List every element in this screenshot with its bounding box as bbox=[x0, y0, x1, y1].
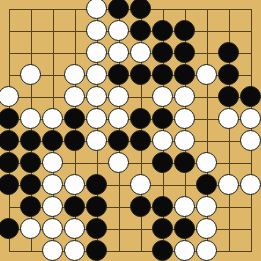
black-stone bbox=[108, 0, 129, 19]
white-stone bbox=[174, 196, 195, 217]
black-stone bbox=[108, 130, 129, 151]
white-stone bbox=[64, 240, 85, 261]
white-stone bbox=[20, 64, 41, 85]
black-stone bbox=[20, 196, 41, 217]
black-stone bbox=[86, 240, 107, 261]
black-stone bbox=[20, 174, 41, 195]
black-stone bbox=[130, 0, 151, 19]
black-stone bbox=[64, 196, 85, 217]
white-stone bbox=[86, 130, 107, 151]
white-stone bbox=[86, 42, 107, 63]
white-stone bbox=[86, 108, 107, 129]
black-stone bbox=[86, 174, 107, 195]
black-stone bbox=[130, 64, 151, 85]
white-stone bbox=[196, 152, 217, 173]
black-stone bbox=[0, 108, 19, 129]
black-stone bbox=[240, 86, 261, 107]
white-stone bbox=[86, 86, 107, 107]
go-board[interactable] bbox=[0, 0, 261, 261]
white-stone bbox=[108, 42, 129, 63]
white-stone bbox=[174, 86, 195, 107]
white-stone bbox=[20, 108, 41, 129]
white-stone bbox=[64, 218, 85, 239]
white-stone bbox=[86, 20, 107, 41]
white-stone bbox=[108, 20, 129, 41]
white-stone bbox=[174, 240, 195, 261]
screenshot bbox=[0, 0, 261, 261]
white-stone bbox=[42, 152, 63, 173]
black-stone bbox=[0, 152, 19, 173]
black-stone bbox=[20, 130, 41, 151]
white-stone bbox=[240, 130, 261, 151]
white-stone bbox=[20, 218, 41, 239]
black-stone bbox=[152, 108, 173, 129]
black-stone bbox=[152, 196, 173, 217]
black-stone bbox=[174, 20, 195, 41]
white-stone bbox=[218, 174, 239, 195]
white-stone bbox=[42, 196, 63, 217]
black-stone bbox=[130, 196, 151, 217]
black-stone bbox=[218, 64, 239, 85]
black-stone bbox=[108, 64, 129, 85]
white-stone bbox=[218, 108, 239, 129]
black-stone bbox=[174, 42, 195, 63]
black-stone bbox=[218, 42, 239, 63]
white-stone bbox=[64, 174, 85, 195]
black-stone bbox=[152, 64, 173, 85]
grid-line-horizontal bbox=[9, 97, 252, 98]
black-stone bbox=[86, 218, 107, 239]
white-stone bbox=[108, 86, 129, 107]
white-stone bbox=[42, 218, 63, 239]
white-stone bbox=[86, 64, 107, 85]
white-stone bbox=[196, 218, 217, 239]
black-stone bbox=[152, 240, 173, 261]
white-stone bbox=[108, 152, 129, 173]
white-stone bbox=[108, 108, 129, 129]
white-stone bbox=[152, 130, 173, 151]
black-stone bbox=[152, 218, 173, 239]
white-stone bbox=[196, 240, 217, 261]
black-stone bbox=[20, 152, 41, 173]
black-stone bbox=[152, 152, 173, 173]
white-stone bbox=[86, 0, 107, 19]
white-stone bbox=[196, 64, 217, 85]
black-stone bbox=[64, 130, 85, 151]
black-stone bbox=[174, 152, 195, 173]
black-stone bbox=[64, 108, 85, 129]
white-stone bbox=[152, 86, 173, 107]
white-stone bbox=[240, 174, 261, 195]
white-stone bbox=[174, 130, 195, 151]
white-stone bbox=[240, 108, 261, 129]
white-stone bbox=[0, 86, 19, 107]
black-stone bbox=[0, 130, 19, 151]
white-stone bbox=[42, 240, 63, 261]
black-stone bbox=[130, 130, 151, 151]
white-stone bbox=[64, 86, 85, 107]
black-stone bbox=[42, 130, 63, 151]
black-stone bbox=[0, 218, 19, 239]
black-stone bbox=[174, 218, 195, 239]
black-stone bbox=[196, 174, 217, 195]
black-stone bbox=[130, 108, 151, 129]
black-stone bbox=[130, 20, 151, 41]
black-stone bbox=[152, 20, 173, 41]
white-stone bbox=[42, 108, 63, 129]
black-stone bbox=[0, 174, 19, 195]
black-stone bbox=[152, 42, 173, 63]
black-stone bbox=[174, 64, 195, 85]
white-stone bbox=[130, 42, 151, 63]
black-stone bbox=[86, 196, 107, 217]
white-stone bbox=[42, 174, 63, 195]
black-stone bbox=[218, 86, 239, 107]
white-stone bbox=[130, 174, 151, 195]
white-stone bbox=[174, 108, 195, 129]
white-stone bbox=[196, 196, 217, 217]
white-stone bbox=[64, 64, 85, 85]
